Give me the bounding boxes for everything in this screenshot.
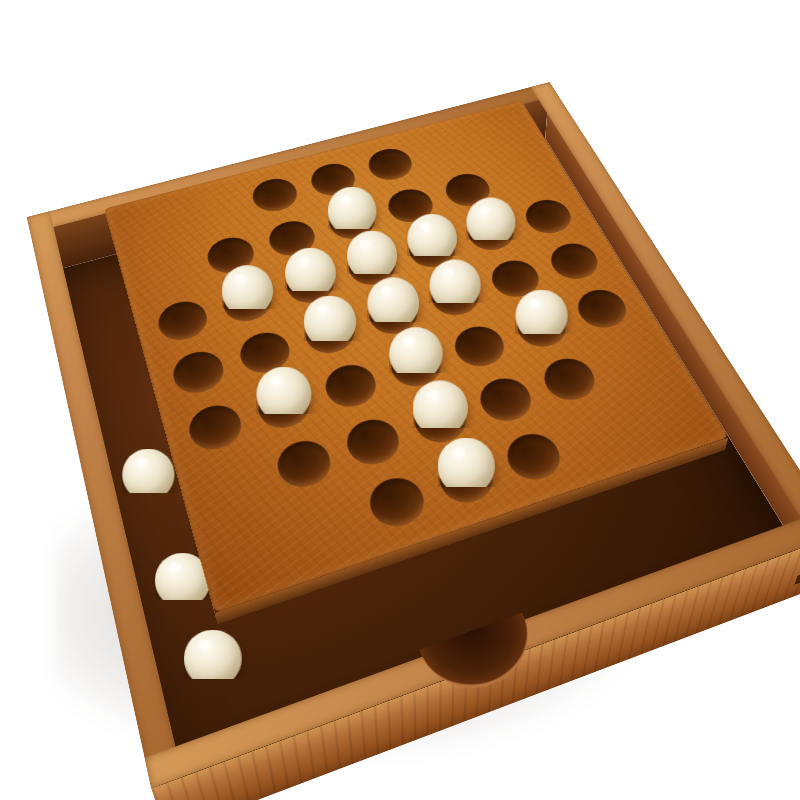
marble-2-1[interactable] xyxy=(216,277,279,329)
marble-4-5[interactable] xyxy=(507,301,576,355)
hole-0-4[interactable] xyxy=(363,145,418,185)
scene-3d xyxy=(0,0,800,800)
hole-4-6[interactable] xyxy=(571,285,635,333)
marble-6-3[interactable] xyxy=(429,447,503,512)
hole-3-6[interactable] xyxy=(544,239,605,284)
marble-ball xyxy=(438,438,495,495)
tray-marble-3[interactable] xyxy=(178,635,249,708)
tray-marble-1[interactable] xyxy=(117,457,180,517)
marble-3-4[interactable] xyxy=(422,271,488,323)
marble-ball xyxy=(222,265,273,316)
marble-ball xyxy=(429,259,480,310)
marble-ball xyxy=(256,367,311,422)
marble-ball xyxy=(367,277,419,329)
hole-5-4[interactable] xyxy=(473,373,539,427)
marble-ball xyxy=(407,214,457,264)
hole-3-0[interactable] xyxy=(169,346,229,399)
marble-ball xyxy=(515,290,567,342)
hole-2-0[interactable] xyxy=(154,296,212,345)
marble-ball xyxy=(122,449,174,501)
hole-4-2[interactable] xyxy=(320,359,383,412)
marble-ball xyxy=(413,380,468,435)
hole-5-2[interactable] xyxy=(341,414,407,471)
marble-ball xyxy=(466,197,515,246)
marble-ball xyxy=(328,187,377,236)
marble-4-1[interactable] xyxy=(250,377,318,437)
marble-ball xyxy=(389,327,443,381)
hole-2-6[interactable] xyxy=(519,195,578,238)
solitaire-game-set xyxy=(44,139,800,800)
marble-ball xyxy=(184,630,242,688)
product-photo-stage xyxy=(0,0,800,800)
marble-ball xyxy=(304,296,356,348)
hole-6-2[interactable] xyxy=(363,472,431,534)
hole-5-5[interactable] xyxy=(537,353,603,406)
hole-0-2[interactable] xyxy=(248,174,302,215)
hole-6-4[interactable] xyxy=(500,428,569,486)
finger-joint xyxy=(794,566,800,585)
marble-3-2[interactable] xyxy=(297,307,363,361)
hole-4-0[interactable] xyxy=(184,400,246,456)
hole-5-1[interactable] xyxy=(272,435,337,494)
hole-4-4[interactable] xyxy=(448,321,511,372)
